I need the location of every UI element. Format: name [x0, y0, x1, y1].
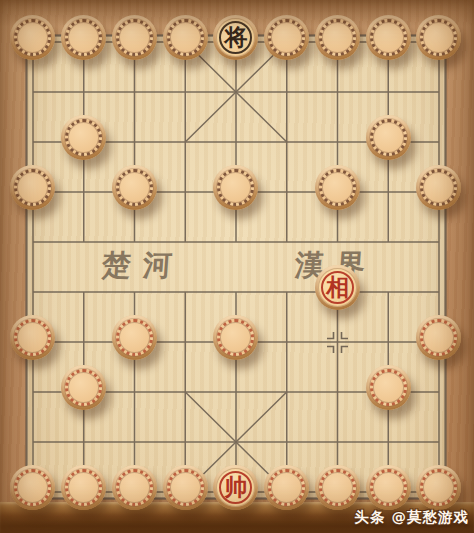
hidden-piece-face	[319, 169, 356, 206]
piece-hidden-black[interactable]	[61, 115, 106, 160]
hidden-piece-face	[420, 169, 457, 206]
piece-hidden-red[interactable]	[416, 465, 461, 510]
hidden-piece-face	[420, 469, 457, 506]
piece-hidden-black[interactable]	[416, 15, 461, 60]
hidden-piece-face	[65, 19, 102, 56]
piece-hidden-black[interactable]	[112, 15, 157, 60]
piece-hidden-red[interactable]	[10, 315, 55, 360]
piece-layer: 将相帅	[8, 17, 465, 517]
hidden-piece-face	[217, 319, 254, 356]
piece-hidden-red[interactable]	[163, 465, 208, 510]
watermark: 头条 @莫愁游戏	[354, 508, 469, 527]
hidden-piece-face	[116, 19, 153, 56]
piece-hidden-red[interactable]	[112, 465, 157, 510]
piece-hidden-black[interactable]	[366, 15, 411, 60]
piece-hidden-black[interactable]	[416, 165, 461, 210]
piece-hidden-red[interactable]	[366, 365, 411, 410]
piece-hidden-black[interactable]	[315, 15, 360, 60]
hidden-piece-face	[420, 319, 457, 356]
piece-hidden-red[interactable]	[366, 465, 411, 510]
piece-character: 将	[216, 18, 255, 57]
piece-hidden-black[interactable]	[264, 15, 309, 60]
piece-hidden-black[interactable]	[213, 165, 258, 210]
hidden-piece-face	[167, 469, 204, 506]
hidden-piece-face	[116, 169, 153, 206]
piece-hidden-black[interactable]	[112, 165, 157, 210]
piece-hidden-red[interactable]	[61, 365, 106, 410]
piece-hidden-black[interactable]	[10, 165, 55, 210]
hidden-piece-face	[14, 19, 51, 56]
hidden-piece-face	[65, 119, 102, 156]
hidden-piece-face	[319, 469, 356, 506]
piece-hidden-red[interactable]	[315, 465, 360, 510]
xiangqi-app: { "game": "Chinese Chess (Xiangqi) — Jie…	[0, 0, 474, 533]
piece-hidden-red[interactable]	[416, 315, 461, 360]
piece-hidden-red[interactable]	[112, 315, 157, 360]
piece-red-elephant[interactable]: 相	[315, 265, 360, 310]
piece-hidden-red[interactable]	[10, 465, 55, 510]
hidden-piece-face	[370, 469, 407, 506]
hidden-piece-face	[167, 19, 204, 56]
hidden-piece-face	[268, 19, 305, 56]
piece-hidden-black[interactable]	[163, 15, 208, 60]
hidden-piece-face	[65, 469, 102, 506]
piece-character: 帅	[216, 468, 255, 507]
hidden-piece-face	[420, 19, 457, 56]
hidden-piece-face	[217, 169, 254, 206]
piece-hidden-black[interactable]	[315, 165, 360, 210]
piece-hidden-red[interactable]	[61, 465, 106, 510]
piece-black-general[interactable]: 将	[213, 15, 258, 60]
piece-hidden-red[interactable]	[264, 465, 309, 510]
hidden-piece-face	[319, 19, 356, 56]
hidden-piece-face	[14, 169, 51, 206]
piece-hidden-red[interactable]	[213, 315, 258, 360]
piece-character: 相	[318, 268, 357, 307]
hidden-piece-face	[14, 469, 51, 506]
hidden-piece-face	[65, 369, 102, 406]
last-move-marker	[325, 330, 350, 355]
hidden-piece-face	[14, 319, 51, 356]
piece-red-general[interactable]: 帅	[213, 465, 258, 510]
hidden-piece-face	[268, 469, 305, 506]
piece-hidden-black[interactable]	[366, 115, 411, 160]
hidden-piece-face	[370, 369, 407, 406]
hidden-piece-face	[370, 119, 407, 156]
piece-hidden-black[interactable]	[10, 15, 55, 60]
piece-hidden-black[interactable]	[61, 15, 106, 60]
hidden-piece-face	[370, 19, 407, 56]
hidden-piece-face	[116, 319, 153, 356]
hidden-piece-face	[116, 469, 153, 506]
